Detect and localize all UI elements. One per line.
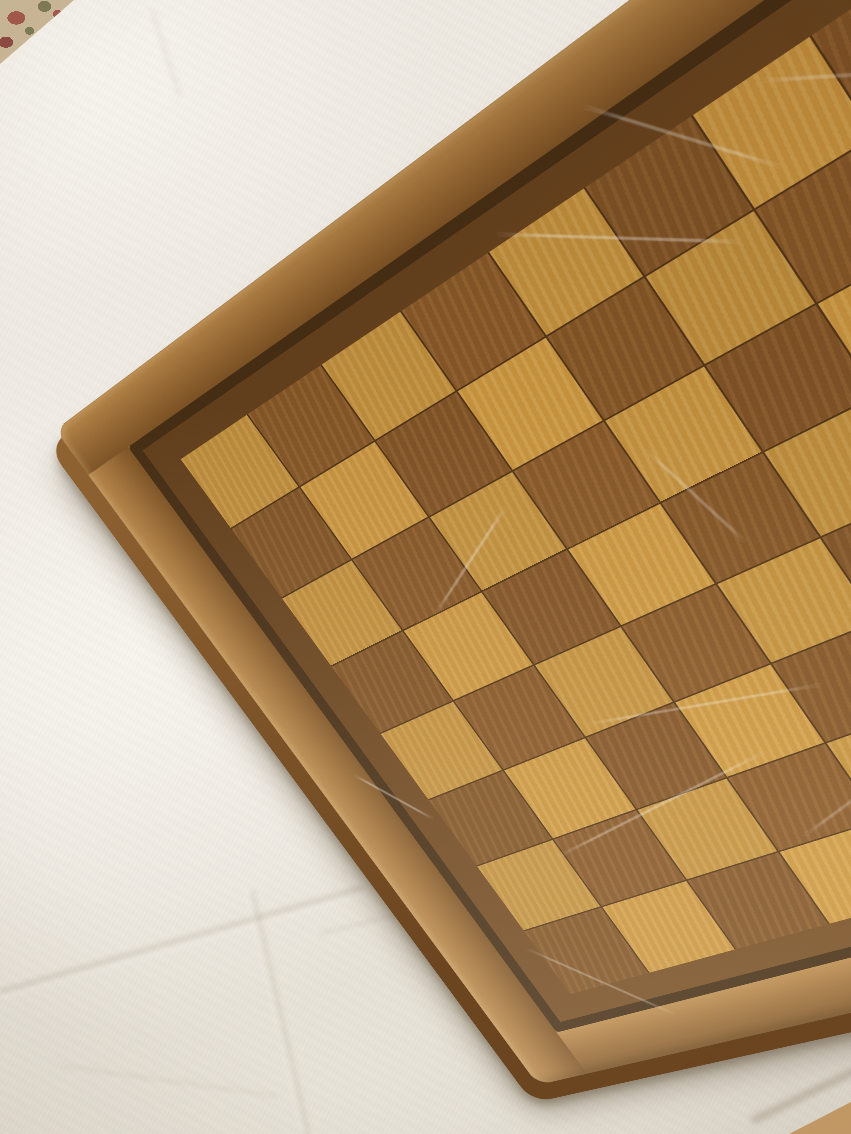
cloth-crease-1 — [0, 883, 367, 999]
floor-corner — [700, 1050, 851, 1134]
photo-stage — [0, 0, 851, 1134]
cloth-crease-5 — [59, 1062, 279, 1105]
cloth-crease-2 — [244, 890, 316, 1134]
wooden-checkerboard — [55, 0, 851, 1085]
cloth-crease-3 — [144, 9, 183, 98]
carpet-corner — [0, 0, 74, 64]
